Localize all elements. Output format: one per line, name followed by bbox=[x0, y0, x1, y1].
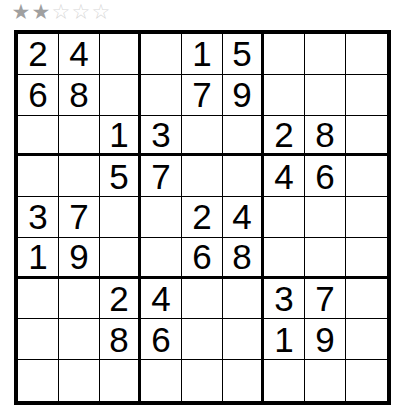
cell-r9c2[interactable] bbox=[59, 360, 100, 401]
cell-r7c4[interactable]: 4 bbox=[141, 279, 182, 320]
cell-r7c9[interactable] bbox=[346, 279, 387, 320]
cell-r6c1[interactable]: 1 bbox=[18, 238, 59, 279]
cell-r8c9[interactable] bbox=[346, 319, 387, 360]
cell-r2c9[interactable] bbox=[346, 75, 387, 116]
cell-r2c2[interactable]: 8 bbox=[59, 75, 100, 116]
cell-r9c8[interactable] bbox=[305, 360, 346, 401]
cell-r5c7[interactable] bbox=[264, 197, 305, 238]
cell-r2c4[interactable] bbox=[141, 75, 182, 116]
cell-r8c3[interactable]: 8 bbox=[100, 319, 141, 360]
cell-r8c2[interactable] bbox=[59, 319, 100, 360]
cell-r7c2[interactable] bbox=[59, 279, 100, 320]
star-empty-icon: ☆ bbox=[71, 0, 91, 26]
cell-r7c6[interactable] bbox=[223, 279, 264, 320]
star-filled-icon: ★ bbox=[31, 0, 51, 26]
cell-r3c4[interactable]: 3 bbox=[141, 116, 182, 157]
cell-r3c9[interactable] bbox=[346, 116, 387, 157]
cell-r4c8[interactable]: 6 bbox=[305, 156, 346, 197]
cell-r1c7[interactable] bbox=[264, 34, 305, 75]
cell-r7c8[interactable]: 7 bbox=[305, 279, 346, 320]
cell-r3c7[interactable]: 2 bbox=[264, 116, 305, 157]
cell-r4c9[interactable] bbox=[346, 156, 387, 197]
cell-r4c4[interactable]: 7 bbox=[141, 156, 182, 197]
cell-r6c3[interactable] bbox=[100, 238, 141, 279]
cell-r4c6[interactable] bbox=[223, 156, 264, 197]
cell-r5c5[interactable]: 2 bbox=[182, 197, 223, 238]
cell-r1c8[interactable] bbox=[305, 34, 346, 75]
cell-r4c2[interactable] bbox=[59, 156, 100, 197]
cell-r2c3[interactable] bbox=[100, 75, 141, 116]
cell-r3c5[interactable] bbox=[182, 116, 223, 157]
cell-r1c4[interactable] bbox=[141, 34, 182, 75]
cell-r2c6[interactable]: 9 bbox=[223, 75, 264, 116]
cell-r3c2[interactable] bbox=[59, 116, 100, 157]
star-empty-icon: ☆ bbox=[51, 0, 71, 26]
cell-r4c7[interactable]: 4 bbox=[264, 156, 305, 197]
star-empty-icon: ☆ bbox=[91, 0, 111, 26]
cell-r7c3[interactable]: 2 bbox=[100, 279, 141, 320]
cell-r3c8[interactable]: 8 bbox=[305, 116, 346, 157]
cell-r8c8[interactable]: 9 bbox=[305, 319, 346, 360]
cell-r1c9[interactable] bbox=[346, 34, 387, 75]
cell-r8c1[interactable] bbox=[18, 319, 59, 360]
cell-r4c1[interactable] bbox=[18, 156, 59, 197]
cell-r9c1[interactable] bbox=[18, 360, 59, 401]
cell-r3c1[interactable] bbox=[18, 116, 59, 157]
cell-r9c9[interactable] bbox=[346, 360, 387, 401]
cell-r9c7[interactable] bbox=[264, 360, 305, 401]
cell-r1c6[interactable]: 5 bbox=[223, 34, 264, 75]
cell-r2c7[interactable] bbox=[264, 75, 305, 116]
sudoku-page: ★★☆☆☆ 24156879132857463724196824378619 bbox=[0, 0, 401, 419]
sudoku-board: 24156879132857463724196824378619 bbox=[14, 30, 391, 405]
cell-r3c6[interactable] bbox=[223, 116, 264, 157]
cell-r1c2[interactable]: 4 bbox=[59, 34, 100, 75]
star-filled-icon: ★ bbox=[11, 0, 31, 26]
cell-r2c8[interactable] bbox=[305, 75, 346, 116]
cell-r5c2[interactable]: 7 bbox=[59, 197, 100, 238]
cell-r7c7[interactable]: 3 bbox=[264, 279, 305, 320]
cell-r8c6[interactable] bbox=[223, 319, 264, 360]
cell-r5c3[interactable] bbox=[100, 197, 141, 238]
cell-r6c6[interactable]: 8 bbox=[223, 238, 264, 279]
cell-r2c5[interactable]: 7 bbox=[182, 75, 223, 116]
cell-r5c9[interactable] bbox=[346, 197, 387, 238]
cell-r1c1[interactable]: 2 bbox=[18, 34, 59, 75]
cell-r6c5[interactable]: 6 bbox=[182, 238, 223, 279]
cell-r4c5[interactable] bbox=[182, 156, 223, 197]
cell-r5c8[interactable] bbox=[305, 197, 346, 238]
cell-r9c3[interactable] bbox=[100, 360, 141, 401]
cell-r8c4[interactable]: 6 bbox=[141, 319, 182, 360]
cell-r4c3[interactable]: 5 bbox=[100, 156, 141, 197]
cell-r8c5[interactable] bbox=[182, 319, 223, 360]
cell-r6c2[interactable]: 9 bbox=[59, 238, 100, 279]
cell-r9c5[interactable] bbox=[182, 360, 223, 401]
cell-r5c4[interactable] bbox=[141, 197, 182, 238]
cell-r1c5[interactable]: 1 bbox=[182, 34, 223, 75]
cell-r8c7[interactable]: 1 bbox=[264, 319, 305, 360]
cell-r6c4[interactable] bbox=[141, 238, 182, 279]
cell-r6c9[interactable] bbox=[346, 238, 387, 279]
cell-r2c1[interactable]: 6 bbox=[18, 75, 59, 116]
cell-r1c3[interactable] bbox=[100, 34, 141, 75]
cell-r5c6[interactable]: 4 bbox=[223, 197, 264, 238]
cell-r7c5[interactable] bbox=[182, 279, 223, 320]
cell-r6c8[interactable] bbox=[305, 238, 346, 279]
cell-r3c3[interactable]: 1 bbox=[100, 116, 141, 157]
cell-r6c7[interactable] bbox=[264, 238, 305, 279]
cell-r9c6[interactable] bbox=[223, 360, 264, 401]
cell-r9c4[interactable] bbox=[141, 360, 182, 401]
cell-r7c1[interactable] bbox=[18, 279, 59, 320]
difficulty-rating: ★★☆☆☆ bbox=[11, 0, 111, 26]
cell-r5c1[interactable]: 3 bbox=[18, 197, 59, 238]
